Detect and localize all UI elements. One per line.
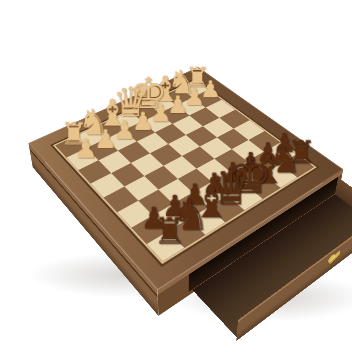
scene: ♜♞♝♛♚♝♞♜♟♟♟♟♟♟♟♟♟♟♟♟♟♟♟♟♜♞♝♛♚♝♞♜ [0,0,352,352]
piece-black-rook: ♜ [279,137,324,169]
chess-box: ♜♞♝♛♚♝♞♜♟♟♟♟♟♟♟♟♟♟♟♟♟♟♟♟♜♞♝♛♚♝♞♜ [29,67,344,290]
piece-black-pawn: ♟ [262,130,306,156]
piece-white-king: ♚ [128,72,169,114]
square-h7: ♟ [264,143,297,165]
piece-white-rook: ♜ [178,64,217,91]
product-photo: ♜♞♝♛♚♝♞♜♟♟♟♟♟♟♟♟♟♟♟♟♟♟♟♟♜♞♝♛♚♝♞♜ [0,0,352,352]
square-a4 [91,173,125,197]
